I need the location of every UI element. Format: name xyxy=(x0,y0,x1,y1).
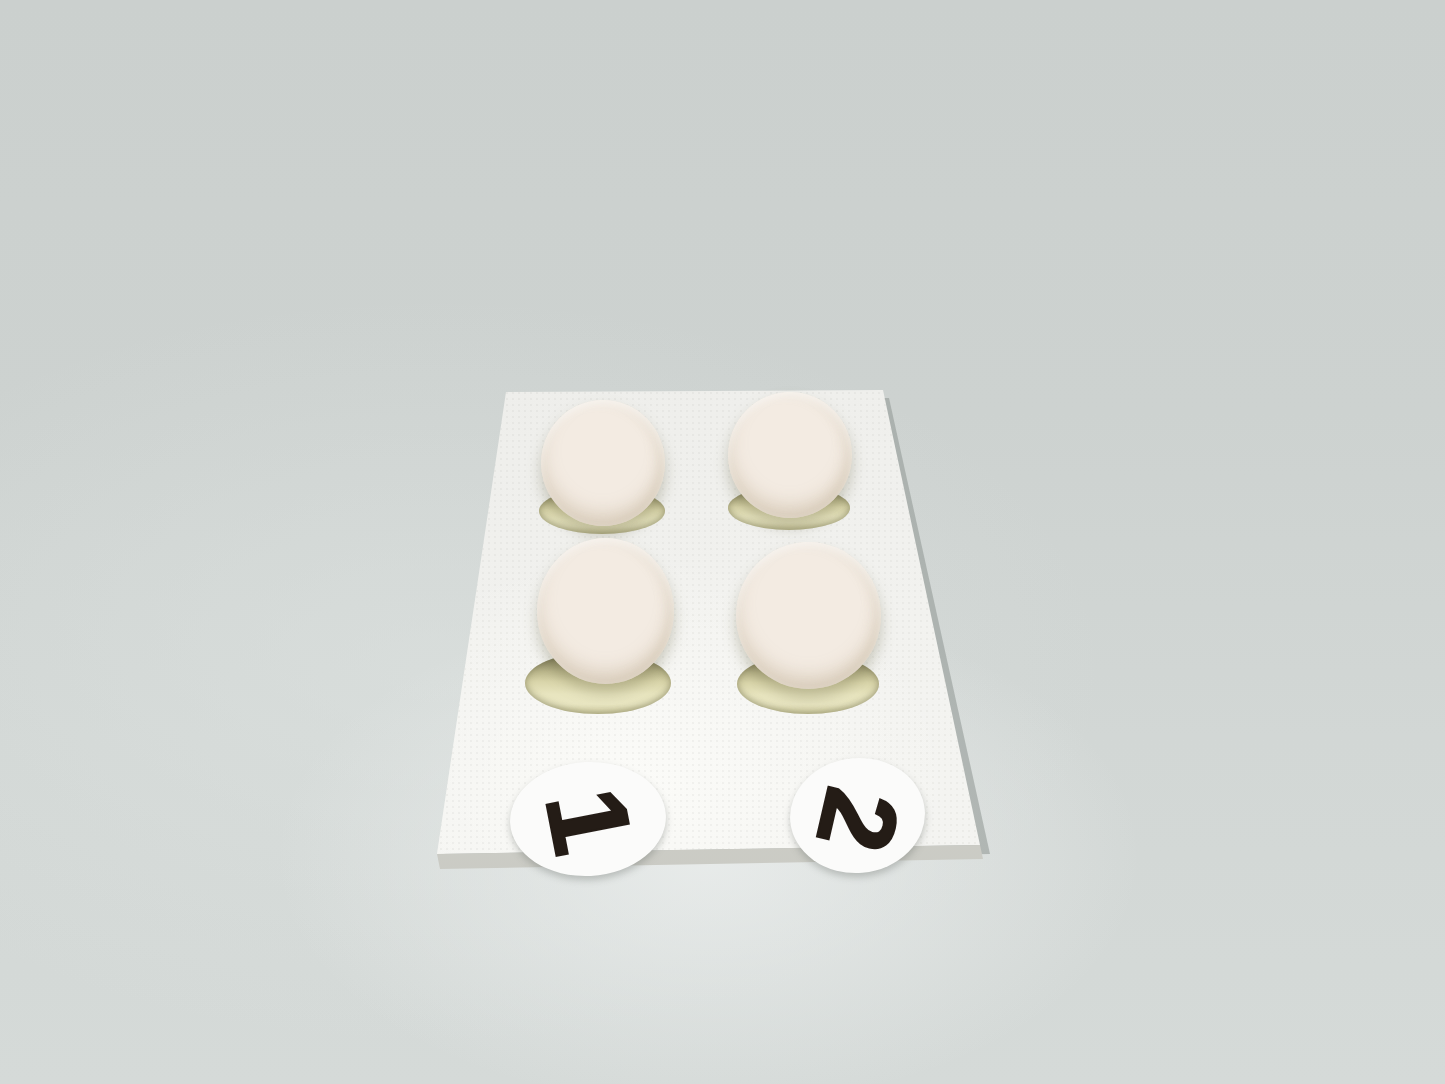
pearl-top-right xyxy=(728,392,852,518)
photo-scene: 1 2 xyxy=(0,0,1445,1084)
pearl-bottom-right xyxy=(736,542,881,689)
sticker-1-number: 1 xyxy=(527,780,649,863)
sticker-2-number: 2 xyxy=(800,779,917,860)
pearl-top-left xyxy=(541,400,665,526)
pearl-bottom-left xyxy=(537,538,674,684)
